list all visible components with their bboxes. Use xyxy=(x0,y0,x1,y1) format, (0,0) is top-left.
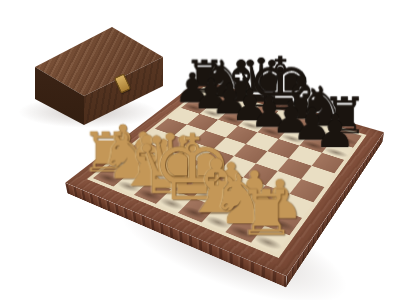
white-rook-icon: ♜ xyxy=(212,181,320,244)
storage-box[interactable] xyxy=(26,14,168,128)
black-pawn-icon: ♟ xyxy=(290,108,379,154)
chess-set-photo: ♜♞♝♛♚♝♞♜♟♟♟♟♟♟♟♟♟♟♟♟♟♟♟♟♜♞♝♛♚♝♞♜ xyxy=(0,0,400,300)
